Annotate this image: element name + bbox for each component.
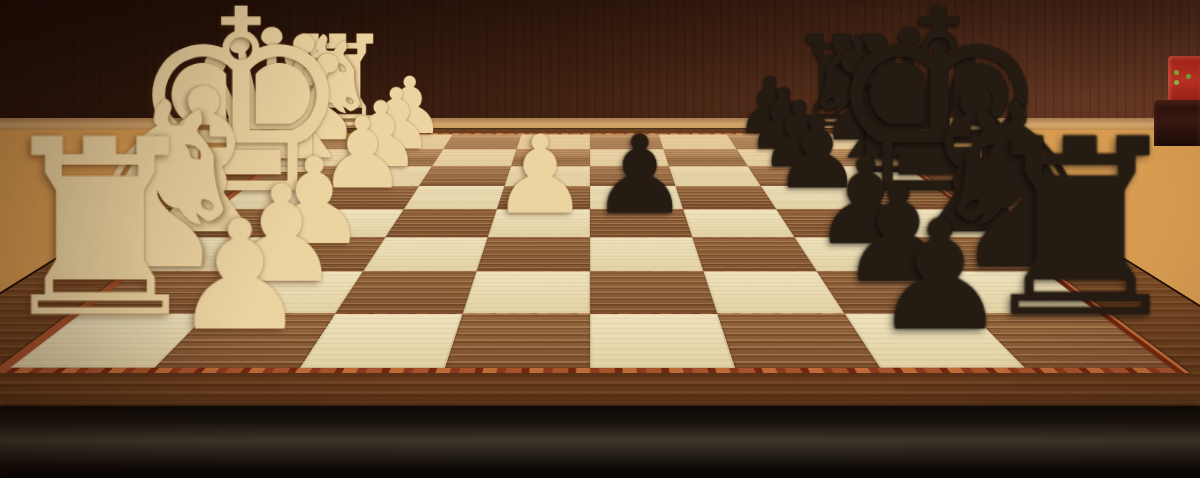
square-g5[interactable]: [590, 271, 717, 313]
square-d6[interactable]: [675, 186, 776, 209]
square-e5[interactable]: ♟: [590, 209, 692, 237]
piece-black-pawn-e5[interactable]: ♟: [591, 121, 688, 229]
square-e3[interactable]: [385, 209, 496, 237]
board-grid: ♜♟♟♜♞♟♟♞♝♟♟♝♛♟♟♛♚♟♟♚♝♟♟♝♞♟♟♞♜♟♟♜: [10, 134, 1170, 367]
square-d3[interactable]: [404, 186, 505, 209]
square-h8[interactable]: ♜: [972, 314, 1170, 368]
square-f6[interactable]: [692, 237, 817, 271]
chess-board: ♜♟♟♜♞♟♟♞♝♟♟♝♛♟♟♛♚♟♟♚♝♟♟♝♞♟♟♞♜♟♟♜: [0, 129, 1200, 411]
red-object-detail: [1174, 70, 1179, 75]
square-e4[interactable]: ♟: [488, 209, 590, 237]
square-g4[interactable]: [463, 271, 590, 313]
square-f4[interactable]: [477, 237, 590, 271]
square-f3[interactable]: [363, 237, 488, 271]
square-e6[interactable]: [683, 209, 794, 237]
square-h2[interactable]: ♟: [155, 314, 336, 368]
board-plinth-edge: [0, 406, 1200, 478]
chess-photo-scene: ♜♟♟♜♞♟♟♞♝♟♟♝♛♟♟♛♚♟♟♚♝♟♟♝♞♟♟♞♜♟♟♜: [0, 0, 1200, 478]
square-f5[interactable]: [590, 237, 703, 271]
piece-white-pawn-e4[interactable]: ♟: [492, 121, 589, 229]
square-h4[interactable]: [445, 314, 590, 368]
piece-black-rook-h8[interactable]: ♜: [970, 108, 1189, 352]
piece-white-pawn-h2[interactable]: ♟: [172, 200, 308, 352]
square-h5[interactable]: [590, 314, 735, 368]
